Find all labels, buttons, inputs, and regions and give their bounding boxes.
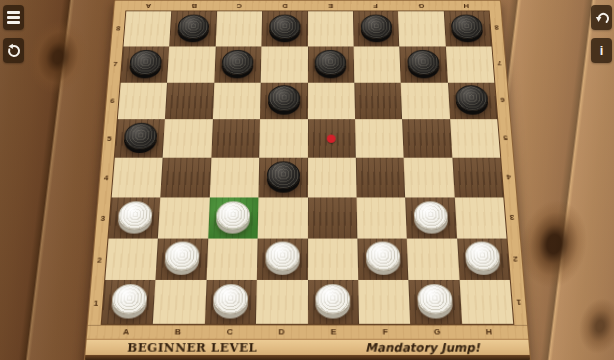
- coord-label: 2: [507, 239, 523, 281]
- square-d1[interactable]: [256, 280, 307, 324]
- white-man-g1[interactable]: [416, 284, 452, 314]
- square-a4[interactable]: [111, 158, 162, 198]
- square-e3[interactable]: [307, 197, 357, 238]
- square-f1[interactable]: [358, 280, 410, 324]
- square-d5[interactable]: [259, 119, 307, 157]
- menu-button[interactable]: [3, 5, 24, 30]
- square-h2[interactable]: [456, 238, 509, 280]
- coord-label: 8: [489, 11, 503, 46]
- square-h7[interactable]: [445, 46, 494, 82]
- coord-label: G: [398, 1, 444, 11]
- square-c4[interactable]: [209, 158, 259, 198]
- square-c5[interactable]: [211, 119, 260, 157]
- square-a5[interactable]: [114, 119, 164, 157]
- white-man-b2[interactable]: [164, 242, 200, 271]
- square-h4[interactable]: [452, 158, 503, 198]
- info-icon: i: [600, 44, 604, 57]
- white-man-h2[interactable]: [464, 242, 500, 271]
- square-a1[interactable]: [101, 280, 155, 324]
- black-man-g7[interactable]: [406, 50, 439, 75]
- square-h6[interactable]: [447, 82, 497, 119]
- black-man-f8[interactable]: [360, 15, 392, 39]
- coord-label: H: [462, 326, 515, 339]
- coord-label: G: [410, 326, 462, 339]
- white-man-a1[interactable]: [110, 284, 147, 314]
- square-g6[interactable]: [400, 82, 449, 119]
- black-man-h8[interactable]: [450, 15, 483, 39]
- white-man-f2[interactable]: [365, 242, 400, 271]
- square-d8[interactable]: [261, 11, 307, 46]
- square-c1[interactable]: [204, 280, 256, 324]
- white-man-a3[interactable]: [117, 201, 153, 229]
- undo-arrow-icon: [594, 10, 610, 26]
- square-g7[interactable]: [399, 46, 447, 82]
- coord-label: 3: [504, 197, 520, 238]
- square-e2[interactable]: [307, 238, 358, 280]
- restart-rotate-icon: [6, 43, 22, 59]
- black-man-d4[interactable]: [266, 161, 299, 188]
- black-man-a5[interactable]: [123, 123, 157, 150]
- game-scene: ABCDEFGH 87654321 87654321 ABCDEFGH BEGI…: [0, 0, 614, 360]
- square-b6[interactable]: [165, 82, 214, 119]
- level-label: BEGINNER LEVEL: [126, 340, 257, 354]
- square-f7[interactable]: [353, 46, 400, 82]
- coord-label: 6: [495, 82, 510, 119]
- square-c3[interactable]: [208, 197, 259, 238]
- coord-label: B: [151, 326, 203, 339]
- square-b2[interactable]: [155, 238, 207, 280]
- square-d6[interactable]: [260, 82, 307, 119]
- square-c7[interactable]: [214, 46, 261, 82]
- coord-label: C: [203, 326, 255, 339]
- square-c2[interactable]: [206, 238, 257, 280]
- square-a7[interactable]: [120, 46, 169, 82]
- white-man-d2[interactable]: [265, 242, 299, 271]
- square-a8[interactable]: [123, 11, 171, 46]
- hamburger-icon: [7, 11, 20, 13]
- square-f2[interactable]: [357, 238, 408, 280]
- file-labels-top: ABCDEFGH: [114, 1, 501, 11]
- square-g1[interactable]: [408, 280, 461, 324]
- square-e7[interactable]: [307, 46, 354, 82]
- square-a3[interactable]: [108, 197, 160, 238]
- black-man-e7[interactable]: [314, 50, 346, 75]
- square-b7[interactable]: [167, 46, 215, 82]
- black-man-d8[interactable]: [268, 15, 299, 39]
- coord-label: 5: [498, 119, 513, 158]
- square-h3[interactable]: [454, 197, 506, 238]
- board-3d-wrap: ABCDEFGH 87654321 87654321 ABCDEFGH BEGI…: [83, 0, 531, 360]
- square-f8[interactable]: [352, 11, 399, 46]
- square-f4[interactable]: [355, 158, 405, 198]
- white-man-e1[interactable]: [315, 284, 350, 314]
- square-b4[interactable]: [160, 158, 210, 198]
- coord-label: F: [359, 326, 411, 339]
- black-man-h6[interactable]: [455, 86, 489, 112]
- board-bottom-edge: [84, 355, 529, 360]
- coord-label: F: [352, 1, 398, 11]
- coord-label: 7: [492, 46, 506, 82]
- square-h5[interactable]: [449, 119, 499, 157]
- square-g5[interactable]: [402, 119, 452, 157]
- coord-label: A: [99, 326, 152, 339]
- white-man-g3[interactable]: [413, 201, 448, 229]
- square-f5[interactable]: [354, 119, 403, 157]
- square-e6[interactable]: [307, 82, 354, 119]
- square-b8[interactable]: [169, 11, 216, 46]
- square-h1[interactable]: [459, 280, 513, 324]
- restart-button[interactable]: [3, 38, 24, 63]
- square-h8[interactable]: [443, 11, 491, 46]
- black-man-b8[interactable]: [177, 15, 209, 39]
- square-g4[interactable]: [403, 158, 453, 198]
- coord-label: E: [307, 1, 353, 11]
- checkers-board: ABCDEFGH 87654321 87654321 ABCDEFGH BEGI…: [83, 0, 531, 360]
- square-b1[interactable]: [153, 280, 206, 324]
- square-c8[interactable]: [215, 11, 262, 46]
- coord-label: A: [125, 1, 171, 11]
- square-e4[interactable]: [307, 158, 356, 198]
- square-d3[interactable]: [257, 197, 307, 238]
- coord-label: D: [255, 326, 307, 339]
- coord-label: D: [261, 1, 307, 11]
- coord-label: H: [443, 1, 489, 11]
- square-g8[interactable]: [398, 11, 445, 46]
- coord-label: B: [170, 1, 216, 11]
- black-man-c7[interactable]: [221, 50, 253, 75]
- black-man-d6[interactable]: [267, 86, 299, 112]
- square-b3[interactable]: [158, 197, 209, 238]
- square-g3[interactable]: [405, 197, 456, 238]
- square-a2[interactable]: [105, 238, 158, 280]
- coord-label: E: [307, 326, 359, 339]
- square-f6[interactable]: [354, 82, 402, 119]
- white-man-c3[interactable]: [216, 201, 250, 229]
- square-e1[interactable]: [307, 280, 358, 324]
- board-front-face: BEGINNER LEVEL Mandatory Jump!: [85, 339, 529, 355]
- square-a6[interactable]: [117, 82, 167, 119]
- square-d2[interactable]: [256, 238, 307, 280]
- square-d7[interactable]: [260, 46, 307, 82]
- white-man-c1[interactable]: [213, 284, 249, 314]
- square-e8[interactable]: [307, 11, 353, 46]
- file-labels-bottom: ABCDEFGH: [86, 325, 528, 339]
- square-d4[interactable]: [258, 158, 307, 198]
- board-grid: [100, 11, 514, 325]
- square-c6[interactable]: [212, 82, 260, 119]
- square-b5[interactable]: [162, 119, 212, 157]
- black-man-a7[interactable]: [128, 50, 161, 75]
- square-g2[interactable]: [406, 238, 458, 280]
- info-button[interactable]: i: [591, 38, 612, 63]
- last-move-dot: [326, 134, 335, 142]
- coord-label: 4: [501, 158, 516, 198]
- undo-button[interactable]: [591, 5, 612, 30]
- square-f3[interactable]: [356, 197, 407, 238]
- status-message: Mandatory Jump!: [365, 340, 480, 354]
- square-e5[interactable]: [307, 119, 355, 157]
- coord-label: C: [216, 1, 262, 11]
